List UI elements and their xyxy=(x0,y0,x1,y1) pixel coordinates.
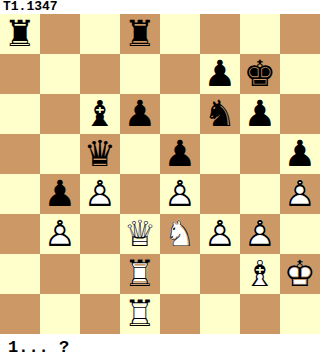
black-pawn[interactable]: ♟ xyxy=(240,94,280,134)
black-pawn[interactable]: ♟ xyxy=(40,174,80,214)
square-g8[interactable] xyxy=(240,14,280,54)
square-a3[interactable] xyxy=(0,214,40,254)
white-pawn[interactable]: ♟♙ xyxy=(160,174,200,214)
square-b3[interactable]: ♟♙ xyxy=(40,214,80,254)
square-b7[interactable] xyxy=(40,54,80,94)
white-piece-outline: ♙ xyxy=(160,174,200,214)
square-d7[interactable] xyxy=(120,54,160,94)
square-a2[interactable] xyxy=(0,254,40,294)
square-g3[interactable]: ♟♙ xyxy=(240,214,280,254)
square-a1[interactable] xyxy=(0,294,40,334)
square-g4[interactable] xyxy=(240,174,280,214)
square-h7[interactable] xyxy=(280,54,320,94)
square-f5[interactable] xyxy=(200,134,240,174)
square-g2[interactable]: ♝♗ xyxy=(240,254,280,294)
white-piece-outline: ♖ xyxy=(120,294,160,334)
black-pawn[interactable]: ♟ xyxy=(200,54,240,94)
black-pawn[interactable]: ♟ xyxy=(120,94,160,134)
square-e2[interactable] xyxy=(160,254,200,294)
white-piece-outline: ♗ xyxy=(240,254,280,294)
white-rook[interactable]: ♜♖ xyxy=(120,294,160,334)
square-e6[interactable] xyxy=(160,94,200,134)
square-f7[interactable]: ♟ xyxy=(200,54,240,94)
black-piece-glyph: ♟ xyxy=(40,174,80,214)
black-piece-glyph: ♝ xyxy=(80,94,120,134)
square-d2[interactable]: ♜♖ xyxy=(120,254,160,294)
square-g7[interactable]: ♚ xyxy=(240,54,280,94)
square-e8[interactable] xyxy=(160,14,200,54)
white-piece-outline: ♖ xyxy=(120,254,160,294)
square-a4[interactable] xyxy=(0,174,40,214)
black-piece-glyph: ♚ xyxy=(240,54,280,94)
white-piece-outline: ♘ xyxy=(160,214,200,254)
square-b6[interactable] xyxy=(40,94,80,134)
square-b4[interactable]: ♟ xyxy=(40,174,80,214)
square-a7[interactable] xyxy=(0,54,40,94)
square-f8[interactable] xyxy=(200,14,240,54)
black-knight[interactable]: ♞ xyxy=(200,94,240,134)
puzzle-title: T1.1347 xyxy=(0,0,320,14)
white-piece-outline: ♙ xyxy=(240,214,280,254)
black-piece-glyph: ♟ xyxy=(200,54,240,94)
square-g5[interactable] xyxy=(240,134,280,174)
white-piece-outline: ♙ xyxy=(200,214,240,254)
black-piece-glyph: ♞ xyxy=(200,94,240,134)
square-c2[interactable] xyxy=(80,254,120,294)
square-c5[interactable]: ♛ xyxy=(80,134,120,174)
square-d5[interactable] xyxy=(120,134,160,174)
black-pawn[interactable]: ♟ xyxy=(280,134,320,174)
square-d8[interactable]: ♜ xyxy=(120,14,160,54)
move-prompt: 1... ? xyxy=(0,338,320,357)
white-piece-outline: ♕ xyxy=(120,214,160,254)
square-b2[interactable] xyxy=(40,254,80,294)
square-h4[interactable]: ♟♙ xyxy=(280,174,320,214)
square-f4[interactable] xyxy=(200,174,240,214)
black-piece-glyph: ♟ xyxy=(120,94,160,134)
white-piece-outline: ♙ xyxy=(280,174,320,214)
square-h2[interactable]: ♚♔ xyxy=(280,254,320,294)
white-pawn[interactable]: ♟♙ xyxy=(80,174,120,214)
square-b8[interactable] xyxy=(40,14,80,54)
black-piece-glyph: ♜ xyxy=(120,14,160,54)
black-pawn[interactable]: ♟ xyxy=(160,134,200,174)
square-e3[interactable]: ♞♘ xyxy=(160,214,200,254)
square-b1[interactable] xyxy=(40,294,80,334)
white-pawn[interactable]: ♟♙ xyxy=(240,214,280,254)
black-bishop[interactable]: ♝ xyxy=(80,94,120,134)
square-f3[interactable]: ♟♙ xyxy=(200,214,240,254)
puzzle-page: T1.1347 ♜♜♟♚♝♟♞♟♛♟♟♟♟♙♟♙♟♙♟♙♛♕♞♘♟♙♟♙♜♖♝♗… xyxy=(0,0,320,357)
square-b5[interactable] xyxy=(40,134,80,174)
square-c6[interactable]: ♝ xyxy=(80,94,120,134)
black-piece-glyph: ♜ xyxy=(0,14,40,54)
white-bishop[interactable]: ♝♗ xyxy=(240,254,280,294)
white-piece-outline: ♙ xyxy=(40,214,80,254)
black-queen[interactable]: ♛ xyxy=(80,134,120,174)
square-h6[interactable] xyxy=(280,94,320,134)
square-a8[interactable]: ♜ xyxy=(0,14,40,54)
white-queen[interactable]: ♛♕ xyxy=(120,214,160,254)
square-c4[interactable]: ♟♙ xyxy=(80,174,120,214)
chess-board[interactable]: ♜♜♟♚♝♟♞♟♛♟♟♟♟♙♟♙♟♙♟♙♛♕♞♘♟♙♟♙♜♖♝♗♚♔♜♖ xyxy=(0,14,320,334)
white-pawn[interactable]: ♟♙ xyxy=(40,214,80,254)
square-c3[interactable] xyxy=(80,214,120,254)
square-e1[interactable] xyxy=(160,294,200,334)
square-a5[interactable] xyxy=(0,134,40,174)
square-h3[interactable] xyxy=(280,214,320,254)
white-pawn[interactable]: ♟♙ xyxy=(200,214,240,254)
square-f2[interactable] xyxy=(200,254,240,294)
square-h1[interactable] xyxy=(280,294,320,334)
black-piece-glyph: ♟ xyxy=(240,94,280,134)
square-c8[interactable] xyxy=(80,14,120,54)
black-king[interactable]: ♚ xyxy=(240,54,280,94)
black-rook[interactable]: ♜ xyxy=(120,14,160,54)
black-piece-glyph: ♛ xyxy=(80,134,120,174)
white-pawn[interactable]: ♟♙ xyxy=(280,174,320,214)
square-g6[interactable]: ♟ xyxy=(240,94,280,134)
square-d4[interactable] xyxy=(120,174,160,214)
square-e4[interactable]: ♟♙ xyxy=(160,174,200,214)
square-d1[interactable]: ♜♖ xyxy=(120,294,160,334)
black-piece-glyph: ♟ xyxy=(280,134,320,174)
black-rook[interactable]: ♜ xyxy=(0,14,40,54)
square-e5[interactable]: ♟ xyxy=(160,134,200,174)
white-knight[interactable]: ♞♘ xyxy=(160,214,200,254)
square-c1[interactable] xyxy=(80,294,120,334)
square-a6[interactable] xyxy=(0,94,40,134)
square-c7[interactable] xyxy=(80,54,120,94)
black-piece-glyph: ♟ xyxy=(160,134,200,174)
square-e7[interactable] xyxy=(160,54,200,94)
white-king[interactable]: ♚♔ xyxy=(280,254,320,294)
square-f1[interactable] xyxy=(200,294,240,334)
square-h5[interactable]: ♟ xyxy=(280,134,320,174)
square-d3[interactable]: ♛♕ xyxy=(120,214,160,254)
square-h8[interactable] xyxy=(280,14,320,54)
square-g1[interactable] xyxy=(240,294,280,334)
white-piece-outline: ♔ xyxy=(280,254,320,294)
square-d6[interactable]: ♟ xyxy=(120,94,160,134)
white-piece-outline: ♙ xyxy=(80,174,120,214)
square-f6[interactable]: ♞ xyxy=(200,94,240,134)
white-rook[interactable]: ♜♖ xyxy=(120,254,160,294)
